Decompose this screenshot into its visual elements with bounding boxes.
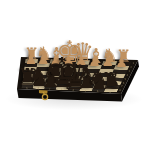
product-photo-scene: ♜♞♝♛♚♝♞♜♟♟♟♟♟♟♟♟♟♟♟♟♟♟♟♟♜♞♝♛♚♝♞♜hgfedcba… <box>0 0 150 150</box>
square <box>22 85 34 89</box>
square <box>104 88 118 92</box>
chess-board <box>17 57 138 94</box>
